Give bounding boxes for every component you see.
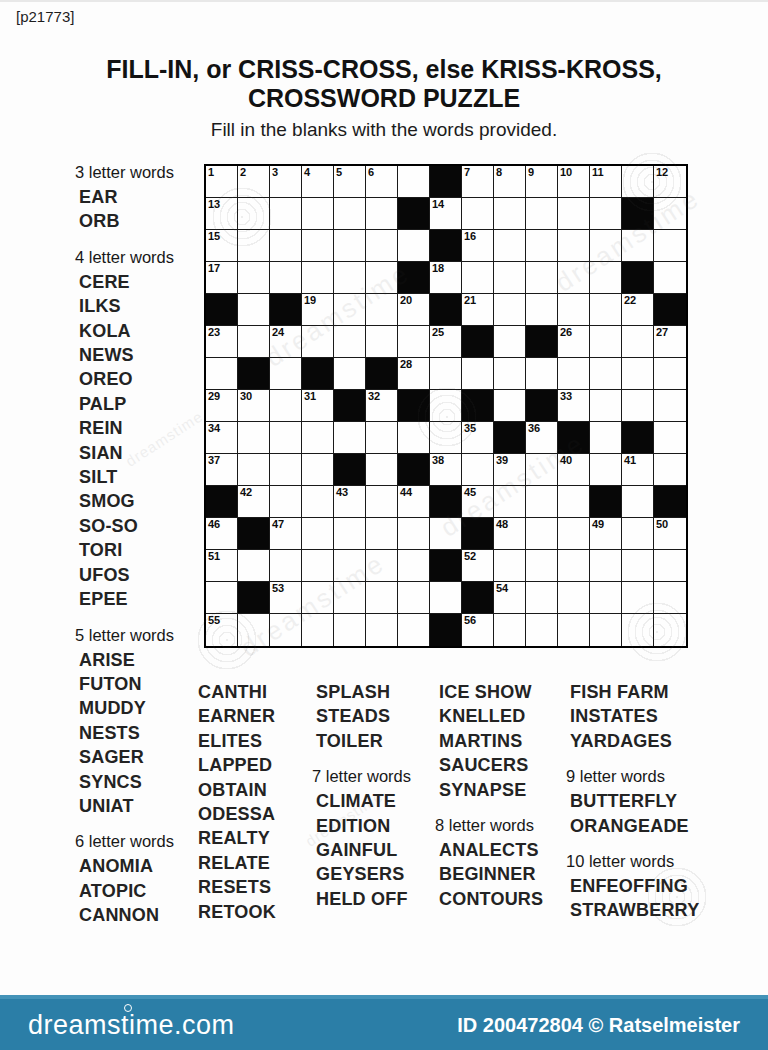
grid-cell[interactable]: 53 <box>270 582 302 614</box>
grid-cell[interactable] <box>654 198 686 230</box>
word-bank-entry: OREO <box>75 367 200 391</box>
grid-cell[interactable] <box>558 230 590 262</box>
word-bank-entry: BUTTERFLY <box>566 789 701 813</box>
grid-cell[interactable]: 39 <box>494 454 526 486</box>
word-bank-entry: LAPPED <box>194 753 312 777</box>
grid-cell[interactable] <box>302 326 334 358</box>
grid-cell[interactable] <box>270 454 302 486</box>
word-bank-entry: CANNON <box>75 903 200 927</box>
grid-cell[interactable]: 1 <box>206 166 238 198</box>
word-length-heading: 8 letter words <box>435 813 563 838</box>
grid-cell[interactable] <box>622 486 654 518</box>
word-length-heading: 5 letter words <box>75 623 200 648</box>
crossword-grid: 1234567891011121314151617181920212223242… <box>204 164 688 648</box>
word-list-bottom-col-4: FISH FARMINSTATESYARDAGES9 letter wordsB… <box>566 680 701 923</box>
grid-cell[interactable] <box>590 294 622 326</box>
word-length-heading: 9 letter words <box>566 764 701 789</box>
grid-cell[interactable] <box>494 198 526 230</box>
grid-cell[interactable]: 33 <box>558 390 590 422</box>
grid-cell[interactable]: 15 <box>206 230 238 262</box>
clue-number: 20 <box>400 294 412 307</box>
word-bank-entry: EARNER <box>194 704 312 728</box>
grid-cell[interactable] <box>654 422 686 454</box>
grid-cell[interactable] <box>526 550 558 582</box>
word-bank-entry: TORI <box>75 538 200 562</box>
word-bank-entry: GEYSERS <box>312 862 432 886</box>
word-bank-entry: YARDAGES <box>566 729 701 753</box>
grid-cell[interactable] <box>430 422 462 454</box>
grid-cell[interactable] <box>654 582 686 614</box>
grid-cell[interactable] <box>366 550 398 582</box>
grid-cell[interactable] <box>366 454 398 486</box>
clue-number: 35 <box>464 422 476 435</box>
word-bank-entry: RETOOK <box>194 900 312 924</box>
grid-cell[interactable] <box>430 518 462 550</box>
word-list-section: CANTHIEARNERELITESLAPPEDOBTAINODESSAREAL… <box>194 680 312 924</box>
grid-cell[interactable] <box>334 262 366 294</box>
grid-cell[interactable]: 18 <box>430 262 462 294</box>
grid-cell[interactable] <box>430 390 462 422</box>
clue-number: 39 <box>496 454 508 467</box>
grid-cell[interactable]: 40 <box>558 454 590 486</box>
grid-cell[interactable]: 41 <box>622 454 654 486</box>
grid-cell[interactable] <box>238 294 270 326</box>
grid-cell[interactable] <box>558 262 590 294</box>
grid-cell[interactable] <box>302 518 334 550</box>
grid-cell[interactable] <box>366 294 398 326</box>
black-cell <box>398 390 430 422</box>
grid-cell[interactable] <box>398 230 430 262</box>
black-cell <box>462 326 494 358</box>
grid-cell[interactable] <box>270 358 302 390</box>
grid-cell[interactable] <box>238 230 270 262</box>
grid-cell[interactable] <box>590 390 622 422</box>
grid-cell[interactable] <box>366 614 398 646</box>
word-bank-entry: RESETS <box>194 875 312 899</box>
grid-cell[interactable]: 28 <box>398 358 430 390</box>
clue-number: 6 <box>368 166 374 179</box>
grid-cell[interactable]: 14 <box>430 198 462 230</box>
image-credit: ID 200472804 © Ratselmeister <box>457 1014 740 1037</box>
grid-cell[interactable]: 44 <box>398 486 430 518</box>
grid-cell[interactable] <box>622 550 654 582</box>
grid-cell[interactable] <box>590 198 622 230</box>
word-list-section: ICE SHOWKNELLEDMARTINSSAUCERSSYNAPSE <box>435 680 563 802</box>
clue-number: 44 <box>400 486 412 499</box>
grid-cell[interactable] <box>526 294 558 326</box>
grid-cell[interactable]: 21 <box>462 294 494 326</box>
grid-cell[interactable]: 52 <box>462 550 494 582</box>
black-cell <box>238 582 270 614</box>
black-cell <box>334 390 366 422</box>
grid-cell[interactable] <box>334 518 366 550</box>
word-list-section: 10 letter wordsENFEOFFINGSTRAWBERRY <box>566 849 701 923</box>
grid-cell[interactable]: 13 <box>206 198 238 230</box>
grid-cell[interactable] <box>334 550 366 582</box>
grid-cell[interactable] <box>334 198 366 230</box>
grid-cell[interactable] <box>494 614 526 646</box>
clue-number: 43 <box>336 486 348 499</box>
grid-cell[interactable] <box>494 390 526 422</box>
black-cell <box>238 358 270 390</box>
grid-cell[interactable] <box>430 358 462 390</box>
clue-number: 38 <box>432 454 444 467</box>
grid-cell[interactable] <box>526 518 558 550</box>
grid-cell[interactable] <box>494 486 526 518</box>
grid-cell[interactable]: 6 <box>366 166 398 198</box>
grid-cell[interactable] <box>302 582 334 614</box>
grid-cell[interactable] <box>654 262 686 294</box>
grid-cell[interactable]: 4 <box>302 166 334 198</box>
grid-cell[interactable]: 19 <box>302 294 334 326</box>
grid-cell[interactable] <box>462 198 494 230</box>
grid-cell[interactable] <box>494 358 526 390</box>
word-bank-entry: KNELLED <box>435 704 563 728</box>
grid-cell[interactable] <box>526 582 558 614</box>
word-bank-entry: ORB <box>75 209 200 233</box>
grid-cell[interactable]: 20 <box>398 294 430 326</box>
grid-cell[interactable] <box>398 582 430 614</box>
grid-cell[interactable] <box>334 422 366 454</box>
logo-spiral-icon <box>124 1004 132 1012</box>
grid-cell[interactable] <box>398 326 430 358</box>
grid-cell[interactable]: 56 <box>462 614 494 646</box>
clue-number: 16 <box>464 230 476 243</box>
grid-cell[interactable]: 35 <box>462 422 494 454</box>
clue-number: 55 <box>208 614 220 627</box>
grid-cell[interactable] <box>334 358 366 390</box>
grid-cell[interactable] <box>590 230 622 262</box>
grid-cell[interactable]: 55 <box>206 614 238 646</box>
grid-cell[interactable] <box>590 550 622 582</box>
grid-cell[interactable] <box>622 390 654 422</box>
grid-cell[interactable] <box>590 582 622 614</box>
grid-cell[interactable]: 48 <box>494 518 526 550</box>
puzzle-id: [p21773] <box>16 8 74 25</box>
subtitle-instructions: Fill in the blanks with the words provid… <box>0 119 768 141</box>
grid-cell[interactable] <box>270 390 302 422</box>
clue-number: 32 <box>368 390 380 403</box>
grid-cell[interactable] <box>334 582 366 614</box>
grid-cell[interactable] <box>398 614 430 646</box>
grid-cell[interactable] <box>654 230 686 262</box>
word-bank-entry: HELD OFF <box>312 887 432 911</box>
grid-cell[interactable] <box>398 550 430 582</box>
clue-number: 27 <box>656 326 668 339</box>
word-length-heading: 3 letter words <box>75 160 200 185</box>
grid-cell[interactable] <box>462 454 494 486</box>
grid-cell[interactable] <box>654 614 686 646</box>
word-bank-entry: EDITION <box>312 814 432 838</box>
grid-cell[interactable] <box>654 454 686 486</box>
word-bank-entry: STRAWBERRY <box>566 898 701 922</box>
grid-cell[interactable] <box>302 230 334 262</box>
clue-number: 33 <box>560 390 572 403</box>
grid-cell[interactable] <box>622 326 654 358</box>
grid-cell[interactable] <box>334 230 366 262</box>
grid-cell[interactable]: 37 <box>206 454 238 486</box>
clue-number: 10 <box>560 166 572 179</box>
grid-cell[interactable] <box>462 262 494 294</box>
clue-number: 29 <box>208 390 220 403</box>
grid-cell[interactable] <box>526 486 558 518</box>
grid-cell[interactable] <box>494 230 526 262</box>
word-bank-entry: FUTON <box>75 672 200 696</box>
grid-cell[interactable] <box>302 550 334 582</box>
clue-number: 21 <box>464 294 476 307</box>
grid-cell[interactable] <box>238 262 270 294</box>
black-cell <box>430 550 462 582</box>
clue-number: 48 <box>496 518 508 531</box>
grid-cell[interactable] <box>302 422 334 454</box>
black-cell <box>526 390 558 422</box>
grid-cell[interactable]: 30 <box>238 390 270 422</box>
word-bank-entry: OBTAIN <box>194 778 312 802</box>
grid-cell[interactable]: 45 <box>462 486 494 518</box>
grid-cell[interactable] <box>302 262 334 294</box>
grid-cell[interactable] <box>526 262 558 294</box>
grid-cell[interactable]: 54 <box>494 582 526 614</box>
black-cell <box>654 486 686 518</box>
grid-cell[interactable] <box>366 262 398 294</box>
grid-cell[interactable] <box>238 550 270 582</box>
grid-cell[interactable]: 9 <box>526 166 558 198</box>
grid-cell[interactable] <box>270 550 302 582</box>
clue-number: 50 <box>656 518 668 531</box>
grid-cell[interactable]: 10 <box>558 166 590 198</box>
grid-cell[interactable] <box>654 358 686 390</box>
grid-cell[interactable] <box>238 422 270 454</box>
grid-cell[interactable] <box>622 582 654 614</box>
grid-cell[interactable]: 49 <box>590 518 622 550</box>
grid-cell[interactable] <box>558 518 590 550</box>
grid-cell[interactable] <box>302 198 334 230</box>
grid-cell[interactable] <box>558 582 590 614</box>
grid-cell[interactable] <box>366 486 398 518</box>
grid-cell[interactable] <box>462 358 494 390</box>
black-cell <box>654 294 686 326</box>
grid-cell[interactable] <box>366 230 398 262</box>
word-list-section: 9 letter wordsBUTTERFLYORANGEADE <box>566 764 701 838</box>
grid-cell[interactable] <box>558 486 590 518</box>
clue-number: 45 <box>464 486 476 499</box>
grid-cell[interactable] <box>558 614 590 646</box>
black-cell <box>206 486 238 518</box>
grid-cell[interactable]: 12 <box>654 166 686 198</box>
grid-cell[interactable] <box>558 294 590 326</box>
black-cell <box>622 262 654 294</box>
grid-cell[interactable] <box>558 198 590 230</box>
word-bank-entry: EAR <box>75 185 200 209</box>
black-cell <box>430 294 462 326</box>
grid-cell[interactable] <box>270 422 302 454</box>
grid-cell[interactable]: 32 <box>366 390 398 422</box>
word-bank-entry: MARTINS <box>435 729 563 753</box>
grid-cell[interactable]: 51 <box>206 550 238 582</box>
grid-cell[interactable] <box>398 166 430 198</box>
grid-cell[interactable] <box>206 582 238 614</box>
grid-cell[interactable] <box>590 358 622 390</box>
black-cell <box>270 294 302 326</box>
grid-cell[interactable] <box>622 614 654 646</box>
black-cell <box>334 454 366 486</box>
grid-cell[interactable] <box>622 230 654 262</box>
clue-number: 12 <box>656 166 668 179</box>
word-bank-entry: SAGER <box>75 745 200 769</box>
grid-cell[interactable] <box>302 486 334 518</box>
grid-cell[interactable]: 5 <box>334 166 366 198</box>
grid-cell[interactable]: 42 <box>238 486 270 518</box>
grid-cell[interactable]: 2 <box>238 166 270 198</box>
grid-cell[interactable]: 24 <box>270 326 302 358</box>
word-list-section: 5 letter wordsARISEFUTONMUDDYNESTSSAGERS… <box>75 623 200 819</box>
word-bank-entry: SILT <box>75 465 200 489</box>
grid-cell[interactable] <box>366 582 398 614</box>
grid-cell[interactable] <box>238 198 270 230</box>
grid-cell[interactable] <box>526 230 558 262</box>
grid-cell[interactable] <box>302 614 334 646</box>
clue-number: 13 <box>208 198 220 211</box>
grid-cell[interactable]: 25 <box>430 326 462 358</box>
grid-cell[interactable] <box>494 326 526 358</box>
grid-cell[interactable] <box>398 422 430 454</box>
grid-cell[interactable] <box>270 198 302 230</box>
clue-number: 22 <box>624 294 636 307</box>
clue-number: 4 <box>304 166 310 179</box>
grid-cell[interactable]: 11 <box>590 166 622 198</box>
grid-cell[interactable] <box>430 582 462 614</box>
grid-cell[interactable] <box>526 358 558 390</box>
grid-cell[interactable]: 43 <box>334 486 366 518</box>
grid-cell[interactable] <box>270 614 302 646</box>
grid-cell[interactable]: 36 <box>526 422 558 454</box>
grid-cell[interactable]: 16 <box>462 230 494 262</box>
clue-number: 28 <box>400 358 412 371</box>
grid-cell[interactable] <box>398 518 430 550</box>
grid-cell[interactable] <box>590 614 622 646</box>
grid-cell[interactable] <box>558 550 590 582</box>
word-bank-entry: SYNCS <box>75 770 200 794</box>
grid-cell[interactable] <box>206 358 238 390</box>
word-list-section: 8 letter wordsANALECTSBEGINNERCONTOURS <box>435 813 563 911</box>
grid-cell[interactable]: 23 <box>206 326 238 358</box>
grid-cell[interactable] <box>366 198 398 230</box>
grid-cell[interactable] <box>590 454 622 486</box>
grid-cell[interactable]: 34 <box>206 422 238 454</box>
grid-cell[interactable] <box>238 326 270 358</box>
black-cell <box>622 198 654 230</box>
word-bank-entry: ORANGEADE <box>566 814 701 838</box>
footer-bar: dreamstime.com ID 200472804 © Ratselmeis… <box>0 995 768 1050</box>
word-bank-entry: KOLA <box>75 319 200 343</box>
grid-cell[interactable] <box>526 454 558 486</box>
clue-number: 5 <box>336 166 342 179</box>
word-bank-entry: INSTATES <box>566 704 701 728</box>
grid-cell[interactable] <box>590 262 622 294</box>
black-cell <box>238 518 270 550</box>
clue-number: 1 <box>208 166 214 179</box>
grid-cell[interactable]: 22 <box>622 294 654 326</box>
grid-cell[interactable] <box>270 262 302 294</box>
word-bank-entry: SMOG <box>75 489 200 513</box>
grid-cell[interactable] <box>558 358 590 390</box>
grid-cell[interactable] <box>622 358 654 390</box>
clue-number: 42 <box>240 486 252 499</box>
grid-cell[interactable] <box>366 422 398 454</box>
grid-cell[interactable]: 47 <box>270 518 302 550</box>
grid-cell[interactable] <box>302 454 334 486</box>
word-bank-entry: SYNAPSE <box>435 778 563 802</box>
grid-cell[interactable] <box>334 326 366 358</box>
grid-cell[interactable] <box>270 486 302 518</box>
grid-cell[interactable]: 38 <box>430 454 462 486</box>
word-bank-entry: RELATE <box>194 851 312 875</box>
clue-number: 24 <box>272 326 284 339</box>
grid-cell[interactable] <box>526 198 558 230</box>
word-length-heading: 6 letter words <box>75 829 200 854</box>
grid-cell[interactable]: 3 <box>270 166 302 198</box>
grid-cell[interactable] <box>494 262 526 294</box>
black-cell <box>558 422 590 454</box>
word-bank-entry: FISH FARM <box>566 680 701 704</box>
word-bank-entry: SPLASH <box>312 680 432 704</box>
grid-cell[interactable] <box>622 166 654 198</box>
grid-cell[interactable] <box>654 550 686 582</box>
clue-number: 23 <box>208 326 220 339</box>
word-bank-entry: TOILER <box>312 729 432 753</box>
word-bank-entry: ELITES <box>194 729 312 753</box>
grid-cell[interactable]: 31 <box>302 390 334 422</box>
grid-cell[interactable]: 50 <box>654 518 686 550</box>
word-bank-entry: ATOPIC <box>75 879 200 903</box>
grid-cell[interactable] <box>590 326 622 358</box>
grid-cell[interactable] <box>334 614 366 646</box>
black-cell <box>398 198 430 230</box>
word-bank-entry: CANTHI <box>194 680 312 704</box>
word-bank-entry: SO-SO <box>75 514 200 538</box>
grid-cell[interactable]: 27 <box>654 326 686 358</box>
grid-cell[interactable] <box>494 550 526 582</box>
grid-cell[interactable] <box>654 390 686 422</box>
black-cell <box>526 326 558 358</box>
grid-cell[interactable] <box>270 230 302 262</box>
grid-cell[interactable] <box>526 614 558 646</box>
grid-cell[interactable]: 8 <box>494 166 526 198</box>
word-list-section: FISH FARMINSTATESYARDAGES <box>566 680 701 753</box>
word-list-section: SPLASHSTEADSTOILER <box>312 680 432 753</box>
grid-cell[interactable] <box>334 294 366 326</box>
grid-cell[interactable]: 17 <box>206 262 238 294</box>
grid-cell[interactable]: 46 <box>206 518 238 550</box>
grid-cell[interactable] <box>622 518 654 550</box>
grid-cell[interactable]: 29 <box>206 390 238 422</box>
clue-number: 8 <box>496 166 502 179</box>
black-cell <box>430 166 462 198</box>
grid-cell[interactable]: 7 <box>462 166 494 198</box>
word-bank-entry: EPEE <box>75 587 200 611</box>
grid-cell[interactable] <box>366 518 398 550</box>
grid-cell[interactable] <box>366 326 398 358</box>
word-bank-entry: MUDDY <box>75 696 200 720</box>
grid-cell[interactable] <box>238 454 270 486</box>
clue-number: 56 <box>464 614 476 627</box>
grid-cell[interactable]: 26 <box>558 326 590 358</box>
grid-cell[interactable] <box>494 294 526 326</box>
clue-number: 51 <box>208 550 220 563</box>
grid-cell[interactable] <box>590 422 622 454</box>
word-list-section: 3 letter wordsEARORB <box>75 160 200 234</box>
grid-cell[interactable] <box>238 614 270 646</box>
